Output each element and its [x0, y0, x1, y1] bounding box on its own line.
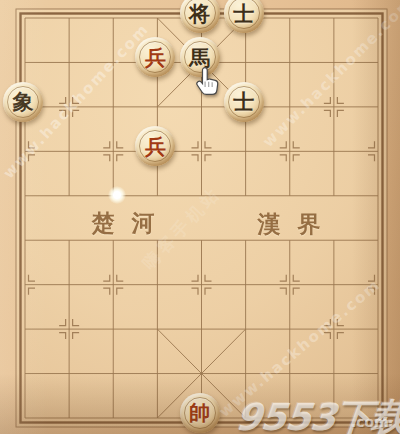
piece-black-advisor[interactable]: 士 [224, 82, 264, 122]
river-label-left: 楚河 [75, 208, 172, 239]
piece-black-elephant[interactable]: 象 [3, 82, 43, 122]
piece-glyph: 士 [233, 3, 254, 24]
piece-glyph: 将 [189, 3, 210, 24]
piece-glyph: 象 [13, 91, 34, 112]
xiangqi-board-screen: 楚河 漢界 将士兵馬象士兵帥 www.hackhome.com www.hack… [0, 0, 400, 434]
move-hint-dot[interactable] [108, 186, 126, 204]
piece-glyph: 士 [233, 91, 254, 112]
hand-cursor-icon [194, 66, 220, 96]
river-label-right: 漢界 [241, 209, 338, 240]
piece-glyph: 帥 [189, 402, 210, 423]
piece-glyph: 兵 [145, 47, 166, 68]
piece-red-general[interactable]: 帥 [180, 393, 220, 433]
piece-glyph: 兵 [145, 136, 166, 157]
piece-glyph: 馬 [189, 47, 210, 68]
